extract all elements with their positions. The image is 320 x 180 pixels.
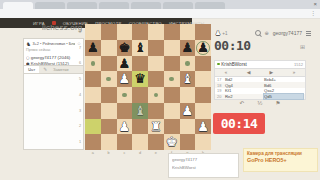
square-d1[interactable] (132, 134, 148, 150)
next-move-button[interactable]: ▶ (270, 70, 274, 75)
white-rook[interactable]: ♜ (148, 119, 164, 135)
white-pawn[interactable]: ♟ (195, 119, 211, 135)
crosstable: georgy74177KrishBWorst (168, 153, 239, 178)
square-g4[interactable] (180, 87, 196, 103)
black-bishop[interactable]: ♝ (132, 40, 148, 56)
white-pawn[interactable]: ♟ (117, 71, 133, 87)
move-row: 18Qg4Bd6 (215, 82, 305, 88)
logged-in-username[interactable]: georgy74177 (273, 30, 302, 36)
move-number: 18 (215, 83, 225, 88)
square-e6[interactable] (148, 56, 164, 72)
white-move[interactable]: Re2 (225, 94, 264, 99)
player-clock-urgent: 00:14 (213, 113, 265, 134)
square-b2[interactable] (101, 119, 117, 135)
white-move[interactable]: Bd2 (225, 77, 264, 82)
square-b6[interactable] (101, 56, 117, 72)
square-g8[interactable] (180, 24, 196, 40)
game-status: Прямо сейчас (26, 48, 81, 52)
square-h8[interactable] (195, 24, 211, 40)
move-hint-dot (106, 77, 111, 82)
square-c6[interactable]: ♟ (117, 56, 133, 72)
rank-label: 3 (79, 103, 81, 119)
square-b5[interactable] (101, 71, 117, 87)
browser-tab[interactable] (67, 2, 97, 10)
black-move[interactable]: Qd5 (264, 94, 303, 99)
move-hint-dot (169, 77, 174, 82)
move-hint-dot (185, 61, 190, 66)
file-label: e (148, 151, 164, 155)
square-f1[interactable]: ♚ (164, 134, 180, 150)
move-row: 20Re2Qd5 (215, 94, 305, 100)
square-e7[interactable] (148, 40, 164, 56)
square-h7[interactable]: ♟ (195, 40, 211, 56)
rank-label: 2 (79, 119, 81, 135)
browser-menu-icon[interactable]: ⋮ (310, 9, 316, 18)
square-f5[interactable] (164, 71, 180, 87)
browser-tab[interactable] (195, 2, 225, 10)
square-a6[interactable] (85, 56, 101, 72)
opponent-clock: 00:10 (214, 38, 251, 53)
square-f2[interactable] (164, 119, 180, 135)
square-f6[interactable] (164, 56, 180, 72)
search-icon[interactable] (255, 30, 261, 36)
browser-window: × ⋮ ИГРАОБУЧЕНИЕПРОСМОТРСООБЩЕСТВОИНСТРУ… (0, 0, 320, 180)
rank-coordinates: 87654321 (79, 24, 81, 150)
black-king[interactable]: ♚ (117, 40, 133, 56)
square-f3[interactable] (164, 103, 180, 119)
crosstable-row[interactable]: georgy74177 (172, 156, 235, 164)
rank-label: 4 (79, 87, 81, 103)
browser-tab[interactable] (131, 2, 161, 10)
square-e2[interactable]: ♜ (148, 119, 164, 135)
ad-banner[interactable]: Камера для трансляции GoPro HERO5+ (243, 148, 318, 172)
file-label: c (117, 151, 133, 155)
captured-pawn-icon: ♟ (215, 29, 221, 37)
square-a4[interactable] (85, 87, 101, 103)
square-d8[interactable] (132, 24, 148, 40)
square-d6[interactable] (132, 56, 148, 72)
resign-button[interactable]: ⚑ (276, 100, 281, 106)
white-bishop[interactable]: ♝ (180, 71, 196, 87)
square-a2[interactable] (85, 119, 101, 135)
white-move[interactable]: Kf1 (225, 88, 264, 93)
black-move[interactable]: Bd6 (264, 83, 303, 88)
square-h5[interactable] (195, 71, 211, 87)
chat-tab-bar: Чат ✎ Заметки (23, 65, 84, 73)
black-pawn[interactable]: ♟ (195, 40, 211, 56)
square-e5[interactable] (148, 71, 164, 87)
rank-label: 1 (79, 134, 81, 150)
white-bishop[interactable]: ♝ (132, 103, 148, 119)
square-d3[interactable]: ♝ (132, 103, 148, 119)
square-d5[interactable]: ♛ (132, 71, 148, 87)
browser-tab[interactable] (163, 2, 193, 10)
draw-button[interactable]: ½ (257, 100, 262, 106)
square-a3[interactable] (85, 103, 101, 119)
prev-move-button[interactable]: ◀ (247, 70, 251, 75)
rank-label: 6 (79, 56, 81, 72)
white-king[interactable]: ♚ (164, 134, 180, 150)
square-g6[interactable] (180, 56, 196, 72)
window-close-icon[interactable]: × (313, 0, 317, 9)
square-a8[interactable] (85, 24, 101, 40)
pencil-icon[interactable]: ✎ (43, 67, 47, 72)
file-label: b (101, 151, 117, 155)
square-d4[interactable] (132, 87, 148, 103)
lichess-logo[interactable]: lichess.org (42, 23, 82, 32)
hamburger-icon[interactable] (306, 31, 311, 36)
square-h2[interactable]: ♟ (195, 119, 211, 135)
moretime-icon[interactable]: ⊞ (300, 43, 305, 50)
move-number: 20 (215, 94, 225, 99)
material-count: +1 (222, 31, 227, 36)
square-c1[interactable] (117, 134, 133, 150)
square-b7[interactable] (101, 40, 117, 56)
chess-board[interactable]: ♟♚♝♟♟♟♟♛♝♝♟♟♜♟♚ (85, 24, 211, 150)
browser-tab[interactable] (99, 2, 129, 10)
black-move[interactable]: Qxa2 (264, 88, 303, 93)
browser-tab[interactable] (35, 2, 65, 10)
white-pawn[interactable]: ♟ (117, 119, 133, 135)
tab-chat[interactable]: Чат (24, 66, 39, 73)
online-dot-icon (217, 63, 220, 66)
square-b8[interactable] (101, 24, 117, 40)
square-c5[interactable]: ♟ (117, 71, 133, 87)
ad-text-line2: GoPro HERO5+ (247, 157, 314, 165)
chat-panel[interactable] (23, 73, 84, 150)
square-f8[interactable] (164, 24, 180, 40)
square-f4[interactable] (164, 87, 180, 103)
square-a1[interactable] (85, 134, 101, 150)
square-g5[interactable]: ♝ (180, 71, 196, 87)
tab-notes[interactable]: Заметки (53, 67, 69, 72)
square-b3[interactable] (101, 103, 117, 119)
black-queen[interactable]: ♛ (132, 71, 148, 87)
square-c3[interactable] (117, 103, 133, 119)
square-a5[interactable] (85, 71, 101, 87)
square-e1[interactable] (148, 134, 164, 150)
square-d2[interactable] (132, 119, 148, 135)
game-meta: 3+2 • Рейтинговая • Блиц (32, 41, 75, 46)
square-e3[interactable] (148, 103, 164, 119)
session-bar: ⊕ georgy74177 (255, 30, 311, 36)
rank-label: 7 (79, 40, 81, 56)
material-advantage: ♟ +1 (215, 29, 227, 37)
game-action-buttons: ↶½⚑ (214, 100, 306, 106)
white-pawn[interactable]: ♟ (180, 103, 196, 119)
move-row: 19Kf1Qxa2 (215, 88, 305, 94)
browser-tab-strip: × (0, 0, 320, 9)
square-e8[interactable] (148, 24, 164, 40)
last-move-button[interactable]: » (292, 70, 295, 75)
file-label: a (85, 151, 101, 155)
knight-icon: ♞ (26, 41, 31, 47)
crosstable-row[interactable]: KrishBWorst (172, 164, 235, 172)
square-h4[interactable] (195, 87, 211, 103)
white-move[interactable]: Qg4 (225, 83, 264, 88)
square-e4[interactable] (148, 87, 164, 103)
first-move-button[interactable]: « (225, 70, 228, 75)
move-number: 19 (215, 88, 225, 93)
file-label: d (132, 151, 148, 155)
square-c7[interactable]: ♚ (117, 40, 133, 56)
move-list: 17Bd2Bxb4+18Qg4Bd619Kf1Qxa220Re2Qd5 (214, 77, 306, 101)
opponent-name[interactable]: KrishBWorst (221, 62, 294, 67)
square-c2[interactable]: ♟ (117, 119, 133, 135)
black-move[interactable]: Bxb4+ (264, 77, 303, 82)
square-c4[interactable] (117, 87, 133, 103)
black-pawn[interactable]: ♟ (180, 40, 196, 56)
move-number: 17 (215, 77, 225, 82)
square-g1[interactable] (180, 134, 196, 150)
square-h3[interactable] (195, 103, 211, 119)
square-c8[interactable] (117, 24, 133, 40)
square-b1[interactable] (101, 134, 117, 150)
square-a7[interactable]: ♟ (85, 40, 101, 56)
opponent-info: KrishBWorst 1512 (214, 60, 306, 69)
move-hint-dot (122, 93, 127, 98)
white-color-icon: ○ (26, 55, 30, 60)
square-h1[interactable] (195, 134, 211, 150)
square-f7[interactable] (164, 40, 180, 56)
black-pawn[interactable]: ♟ (85, 40, 101, 56)
square-g3[interactable]: ♟ (180, 103, 196, 119)
square-b4[interactable] (101, 87, 117, 103)
rank-label: 8 (79, 24, 81, 40)
rank-label: 5 (79, 71, 81, 87)
square-g2[interactable] (180, 119, 196, 135)
challenge-icon[interactable]: ⊕ (265, 30, 269, 36)
black-pawn[interactable]: ♟ (117, 56, 133, 72)
square-h6[interactable] (195, 56, 211, 72)
square-d7[interactable]: ♝ (132, 40, 148, 56)
browser-tab[interactable] (3, 2, 33, 10)
move-nav-controls: «◀▶» (214, 69, 306, 77)
opponent-rating: 1512 (294, 62, 303, 67)
move-row: 17Bd2Bxb4+ (215, 77, 305, 83)
move-hint-dot (91, 61, 96, 66)
square-g7[interactable]: ♟ (180, 40, 196, 56)
move-hint-dot (154, 93, 159, 98)
takeback-button[interactable]: ↶ (240, 100, 245, 106)
